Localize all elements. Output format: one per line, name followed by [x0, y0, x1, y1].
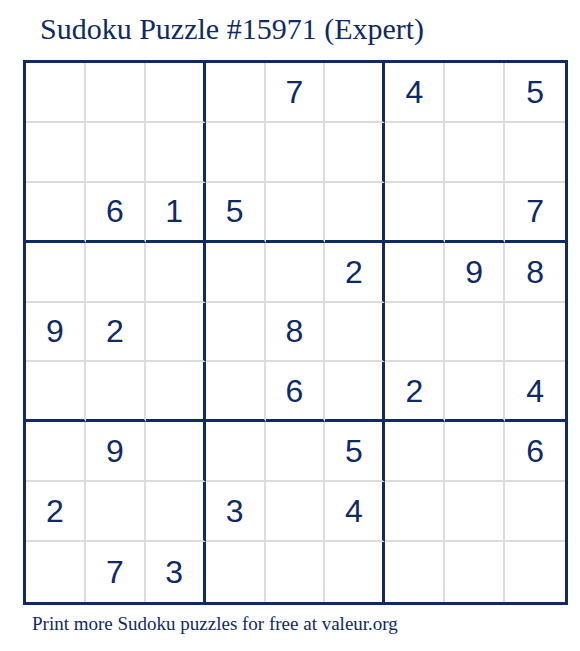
sudoku-cell-r1c2 — [86, 63, 146, 123]
sudoku-cell-r2c1 — [26, 123, 86, 183]
sudoku-cell-r5c7 — [385, 303, 445, 363]
sudoku-cell-r7c7 — [385, 422, 445, 482]
sudoku-cell-r5c9 — [505, 303, 565, 363]
sudoku-cell-r5c8 — [445, 303, 505, 363]
sudoku-cell-r3c5 — [266, 183, 326, 243]
sudoku-cell-r9c6 — [325, 542, 385, 602]
sudoku-cell-r6c2 — [86, 362, 146, 422]
sudoku-cell-r4c7 — [385, 243, 445, 303]
sudoku-cell-r3c7 — [385, 183, 445, 243]
sudoku-cell-r1c8 — [445, 63, 505, 123]
sudoku-cell-r2c7 — [385, 123, 445, 183]
sudoku-cell-r4c5 — [266, 243, 326, 303]
sudoku-cell-r6c8 — [445, 362, 505, 422]
sudoku-cell-r4c8: 9 — [445, 243, 505, 303]
sudoku-cell-r6c5: 6 — [266, 362, 326, 422]
sudoku-cell-r9c8 — [445, 542, 505, 602]
sudoku-cell-r1c6 — [325, 63, 385, 123]
sudoku-cell-r4c3 — [146, 243, 206, 303]
sudoku-cell-r6c6 — [325, 362, 385, 422]
sudoku-cell-r1c9: 5 — [505, 63, 565, 123]
sudoku-board: 745615729892862495623473 — [23, 60, 568, 605]
sudoku-cell-r3c6 — [325, 183, 385, 243]
sudoku-cell-r3c8 — [445, 183, 505, 243]
sudoku-cell-r6c3 — [146, 362, 206, 422]
puzzle-title: Sudoku Puzzle #15971 (Expert) — [40, 12, 424, 46]
sudoku-cell-r8c7 — [385, 482, 445, 542]
sudoku-cell-r6c4 — [206, 362, 266, 422]
sudoku-cell-r9c7 — [385, 542, 445, 602]
sudoku-cell-r5c4 — [206, 303, 266, 363]
sudoku-cell-r7c5 — [266, 422, 326, 482]
sudoku-cell-r8c5 — [266, 482, 326, 542]
sudoku-cell-r9c2: 7 — [86, 542, 146, 602]
sudoku-cell-r7c1 — [26, 422, 86, 482]
footer-text: Print more Sudoku puzzles for free at va… — [32, 613, 398, 635]
sudoku-cell-r4c4 — [206, 243, 266, 303]
sudoku-cell-r2c2 — [86, 123, 146, 183]
sudoku-cell-r1c1 — [26, 63, 86, 123]
sudoku-cell-r2c9 — [505, 123, 565, 183]
sudoku-cell-r8c4: 3 — [206, 482, 266, 542]
sudoku-cell-r2c5 — [266, 123, 326, 183]
sudoku-cell-r2c8 — [445, 123, 505, 183]
sudoku-cell-r4c2 — [86, 243, 146, 303]
sudoku-cell-r7c8 — [445, 422, 505, 482]
sudoku-cell-r9c1 — [26, 542, 86, 602]
sudoku-cell-r7c4 — [206, 422, 266, 482]
sudoku-cell-r1c5: 7 — [266, 63, 326, 123]
sudoku-cell-r1c4 — [206, 63, 266, 123]
sudoku-cell-r9c3: 3 — [146, 542, 206, 602]
sudoku-cell-r9c5 — [266, 542, 326, 602]
sudoku-cell-r3c2: 6 — [86, 183, 146, 243]
sudoku-cell-r5c6 — [325, 303, 385, 363]
sudoku-cell-r8c9 — [505, 482, 565, 542]
sudoku-cell-r1c7: 4 — [385, 63, 445, 123]
sudoku-cell-r6c1 — [26, 362, 86, 422]
sudoku-cell-r8c1: 2 — [26, 482, 86, 542]
sudoku-cell-r9c4 — [206, 542, 266, 602]
sudoku-cell-r8c8 — [445, 482, 505, 542]
sudoku-cell-r4c6: 2 — [325, 243, 385, 303]
sudoku-cell-r2c4 — [206, 123, 266, 183]
sudoku-cell-r6c7: 2 — [385, 362, 445, 422]
sudoku-cell-r5c1: 9 — [26, 303, 86, 363]
sudoku-cell-r7c3 — [146, 422, 206, 482]
sudoku-cell-r7c9: 6 — [505, 422, 565, 482]
sudoku-cell-r3c3: 1 — [146, 183, 206, 243]
sudoku-cell-r6c9: 4 — [505, 362, 565, 422]
sudoku-cell-r2c6 — [325, 123, 385, 183]
sudoku-cell-r8c3 — [146, 482, 206, 542]
sudoku-cell-r5c5: 8 — [266, 303, 326, 363]
sudoku-cell-r3c4: 5 — [206, 183, 266, 243]
sudoku-cell-r5c3 — [146, 303, 206, 363]
sudoku-cell-r3c1 — [26, 183, 86, 243]
sudoku-cell-r2c3 — [146, 123, 206, 183]
sudoku-page: Sudoku Puzzle #15971 (Expert) 7456157298… — [0, 0, 580, 651]
sudoku-cell-r8c6: 4 — [325, 482, 385, 542]
sudoku-cell-r7c2: 9 — [86, 422, 146, 482]
sudoku-cell-r3c9: 7 — [505, 183, 565, 243]
sudoku-cell-r1c3 — [146, 63, 206, 123]
sudoku-cell-r8c2 — [86, 482, 146, 542]
sudoku-cell-r5c2: 2 — [86, 303, 146, 363]
sudoku-cell-r4c9: 8 — [505, 243, 565, 303]
sudoku-cell-r7c6: 5 — [325, 422, 385, 482]
sudoku-cell-r9c9 — [505, 542, 565, 602]
sudoku-cell-r4c1 — [26, 243, 86, 303]
